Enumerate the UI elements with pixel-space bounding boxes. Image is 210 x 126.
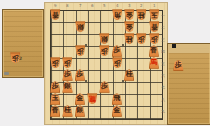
file-label: 3 (124, 3, 134, 8)
file-label: 6 (87, 3, 97, 8)
tray-handle-mark (4, 72, 9, 75)
sente-komadai[interactable] (167, 43, 210, 125)
file-label: 2 (137, 3, 147, 8)
rank-label: 四 (161, 46, 166, 56)
shogi-board (44, 2, 168, 125)
file-label: 4 (112, 3, 122, 8)
turn-indicator-sente (172, 44, 176, 48)
rank-label: 九 (161, 106, 166, 116)
file-labels: 987654321 (49, 2, 160, 8)
rank-label: 六 (161, 70, 166, 80)
file-label: 1 (149, 3, 159, 8)
rank-labels: 一二三四五六七八九 (160, 9, 166, 117)
file-label: 9 (50, 3, 60, 8)
hoshi-dot (122, 44, 124, 46)
rank-label: 七 (161, 82, 166, 92)
hoshi-dot (122, 80, 124, 82)
rank-label: 八 (161, 94, 166, 104)
file-label: 7 (75, 3, 85, 8)
gote-hand-count: 2 (19, 56, 22, 61)
rank-label: 五 (161, 58, 166, 68)
rank-label: 二 (161, 22, 166, 32)
rank-label: 一 (161, 10, 166, 20)
rank-label: 三 (161, 34, 166, 44)
hoshi-dot (85, 80, 87, 82)
file-label: 8 (63, 3, 73, 8)
gote-komadai[interactable] (2, 9, 44, 78)
shogi-app: 歩 2 987654321 一二三四五六七八九 歩 香角金桂玉銀金香銀桂歩歩歩歩… (0, 0, 210, 126)
file-label: 5 (100, 3, 110, 8)
